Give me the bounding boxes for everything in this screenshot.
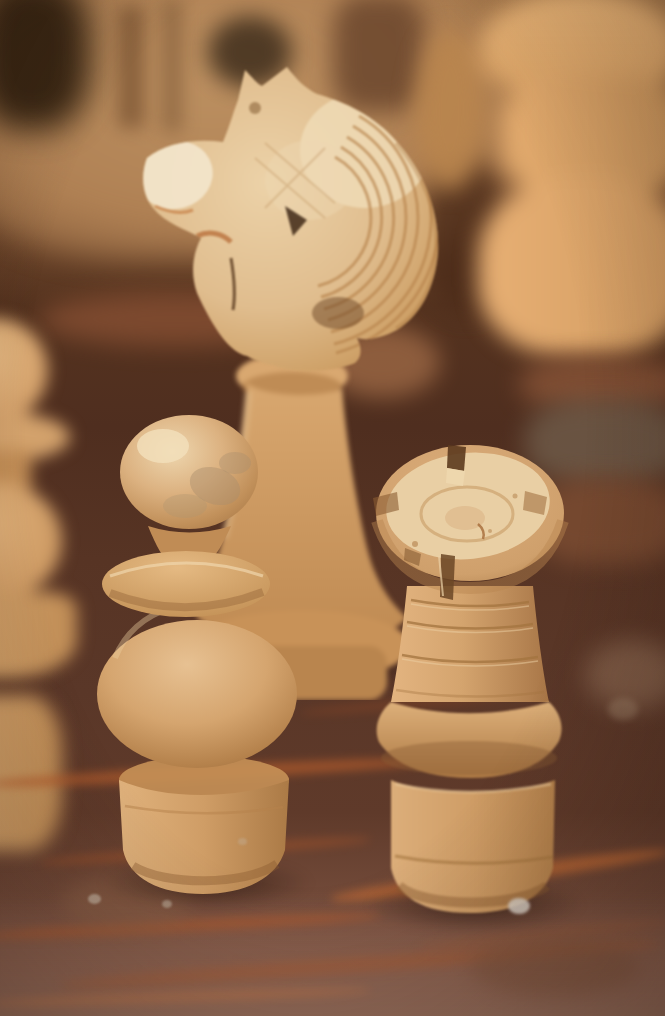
pawn-ball-finial	[120, 415, 258, 529]
dark-corner-shadow	[0, 0, 90, 130]
dust-speck	[88, 894, 101, 904]
pawn-collar-disc	[102, 551, 270, 617]
blurred-pawn-base	[0, 592, 77, 678]
dust-speck	[238, 838, 247, 845]
photo-scene	[0, 0, 665, 1016]
rook-body	[391, 586, 549, 702]
dust-speck	[608, 698, 638, 720]
pawn-body-bulb	[97, 608, 297, 768]
pawn-piece	[85, 408, 307, 900]
blurred-pawn-ball	[0, 318, 48, 423]
rook-top-turret	[373, 445, 564, 600]
pawn-base	[119, 756, 289, 894]
blurred-piece-top-right	[470, 0, 665, 355]
blurred-piece-base-bottom-left	[0, 695, 62, 851]
blurred-piece-body	[478, 176, 665, 356]
dust-speck	[162, 900, 172, 908]
blurred-pawn-body	[0, 482, 62, 600]
dust-speck	[508, 898, 530, 914]
knight-head	[130, 67, 439, 371]
rook-piece	[365, 436, 577, 921]
rook-base	[377, 702, 562, 913]
table-dust-patch	[470, 938, 640, 996]
